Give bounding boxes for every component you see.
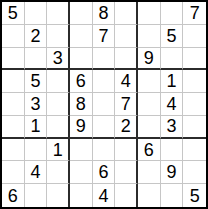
cell-r6c5[interactable] [93,116,116,139]
cell-r6c9[interactable] [183,116,206,139]
cell-r8c5[interactable]: 6 [93,161,116,184]
cell-r8c4[interactable] [70,161,93,184]
cell-r8c7[interactable] [138,161,161,184]
cell-r4c9[interactable] [183,70,206,93]
cell-r5c7[interactable] [138,93,161,116]
cell-r2c7[interactable] [138,25,161,48]
cell-r5c5[interactable] [93,93,116,116]
cell-r3c5[interactable] [93,48,116,71]
cell-r5c6[interactable]: 7 [115,93,138,116]
cell-r4c2[interactable]: 5 [25,70,48,93]
cell-r6c3[interactable] [47,116,70,139]
cell-r3c2[interactable] [25,48,48,71]
cell-r6c7[interactable] [138,116,161,139]
cell-r2c3[interactable] [47,25,70,48]
cell-r8c2[interactable]: 4 [25,161,48,184]
cell-r9c8[interactable] [161,184,184,207]
cell-r2c4[interactable] [70,25,93,48]
cell-r3c6[interactable] [115,48,138,71]
cell-r6c1[interactable] [2,116,25,139]
cell-r1c7[interactable] [138,2,161,25]
cell-r5c4[interactable]: 8 [70,93,93,116]
cell-r1c6[interactable] [115,2,138,25]
cell-r9c3[interactable] [47,184,70,207]
cell-r8c1[interactable] [2,161,25,184]
cell-r2c6[interactable] [115,25,138,48]
cell-r5c2[interactable]: 3 [25,93,48,116]
cell-r3c8[interactable] [161,48,184,71]
cell-r4c4[interactable]: 6 [70,70,93,93]
cell-r7c3[interactable]: 1 [47,139,70,162]
cell-r1c8[interactable] [161,2,184,25]
cell-r9c2[interactable] [25,184,48,207]
cell-r5c1[interactable] [2,93,25,116]
cell-r1c3[interactable] [47,2,70,25]
cell-r8c6[interactable] [115,161,138,184]
cell-r7c5[interactable] [93,139,116,162]
cell-r1c9[interactable]: 7 [183,2,206,25]
cell-r2c5[interactable]: 7 [93,25,116,48]
cell-r7c1[interactable] [2,139,25,162]
cell-r4c1[interactable] [2,70,25,93]
cell-r9c4[interactable] [70,184,93,207]
cell-r1c4[interactable] [70,2,93,25]
cell-r6c6[interactable]: 2 [115,116,138,139]
cell-r5c9[interactable] [183,93,206,116]
cell-r7c6[interactable] [115,139,138,162]
sudoku-board: 5872753956413874192316469645 [0,0,208,209]
cell-r8c9[interactable] [183,161,206,184]
cell-r7c4[interactable] [70,139,93,162]
cell-r6c2[interactable]: 1 [25,116,48,139]
cell-r7c2[interactable] [25,139,48,162]
cell-r8c8[interactable]: 9 [161,161,184,184]
cell-r4c7[interactable] [138,70,161,93]
cell-r9c9[interactable]: 5 [183,184,206,207]
cell-r7c8[interactable] [161,139,184,162]
cell-r5c3[interactable] [47,93,70,116]
cell-r2c9[interactable] [183,25,206,48]
cell-r9c1[interactable]: 6 [2,184,25,207]
cell-r3c1[interactable] [2,48,25,71]
cell-r9c5[interactable]: 4 [93,184,116,207]
cell-r7c7[interactable]: 6 [138,139,161,162]
cell-r4c6[interactable]: 4 [115,70,138,93]
cell-r1c1[interactable]: 5 [2,2,25,25]
cell-r6c8[interactable]: 3 [161,116,184,139]
cell-r3c4[interactable] [70,48,93,71]
cell-r3c7[interactable]: 9 [138,48,161,71]
cell-r2c2[interactable]: 2 [25,25,48,48]
cell-r9c7[interactable] [138,184,161,207]
cell-r6c4[interactable]: 9 [70,116,93,139]
cell-r4c3[interactable] [47,70,70,93]
cell-r2c8[interactable]: 5 [161,25,184,48]
cell-r2c1[interactable] [2,25,25,48]
cell-r3c3[interactable]: 3 [47,48,70,71]
cell-r8c3[interactable] [47,161,70,184]
cell-r5c8[interactable]: 4 [161,93,184,116]
cell-r9c6[interactable] [115,184,138,207]
cell-r3c9[interactable] [183,48,206,71]
cell-r4c5[interactable] [93,70,116,93]
cell-r1c5[interactable]: 8 [93,2,116,25]
cell-r1c2[interactable] [25,2,48,25]
cell-r7c9[interactable] [183,139,206,162]
cell-r4c8[interactable]: 1 [161,70,184,93]
